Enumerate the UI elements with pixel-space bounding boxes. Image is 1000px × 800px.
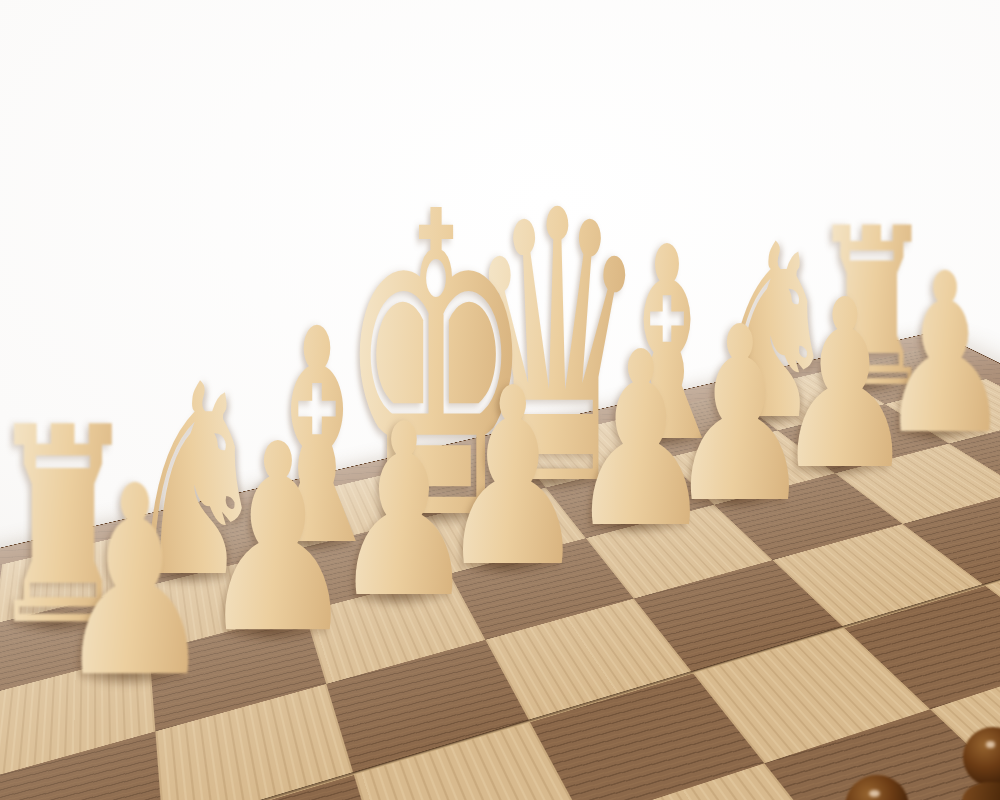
black-piece-top-1 — [845, 775, 909, 800]
black-piece-top-2 — [963, 727, 1000, 787]
chess-set-photo: ♜♞♝♚♛♝♞♜♟♟♟♟♟♟♟♟ — [0, 0, 1000, 800]
black-piece-body-2 — [962, 782, 1000, 800]
black-pieces-partial — [0, 0, 1000, 800]
